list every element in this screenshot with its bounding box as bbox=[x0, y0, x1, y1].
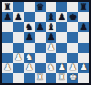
piece-white-pawn[interactable]: ♟ bbox=[3, 63, 11, 72]
piece-white-pawn[interactable]: ♟ bbox=[14, 53, 22, 62]
square-d3[interactable] bbox=[35, 53, 46, 63]
piece-black-pawn[interactable]: ♟ bbox=[58, 12, 66, 21]
board-frame: ♜♛♜♟♟♝♟♚♞♟♝♟♟♟♟♟♞♟♟♞♟♟♟♜♜♚ bbox=[0, 0, 91, 85]
square-e1[interactable] bbox=[46, 73, 57, 83]
square-c1[interactable] bbox=[24, 73, 35, 83]
square-e4[interactable]: ♟ bbox=[46, 43, 57, 53]
piece-black-bishop[interactable]: ♝ bbox=[47, 12, 55, 21]
square-f1[interactable]: ♜ bbox=[56, 73, 67, 83]
piece-black-rook[interactable]: ♜ bbox=[3, 2, 11, 11]
piece-black-knight[interactable]: ♞ bbox=[25, 22, 33, 31]
square-b3[interactable]: ♟ bbox=[13, 53, 24, 63]
piece-white-rook[interactable]: ♜ bbox=[36, 73, 44, 82]
piece-black-pawn[interactable]: ♟ bbox=[14, 12, 22, 21]
square-a5[interactable] bbox=[2, 32, 13, 42]
square-h8[interactable]: ♜ bbox=[78, 2, 89, 12]
square-h2[interactable]: ♟ bbox=[78, 63, 89, 73]
square-d5[interactable] bbox=[35, 32, 46, 42]
square-a4[interactable] bbox=[2, 43, 13, 53]
piece-white-knight[interactable]: ♞ bbox=[47, 63, 55, 72]
piece-black-rook[interactable]: ♜ bbox=[80, 2, 88, 11]
square-h1[interactable] bbox=[78, 73, 89, 83]
piece-white-pawn[interactable]: ♟ bbox=[47, 43, 55, 52]
piece-black-pawn[interactable]: ♟ bbox=[3, 12, 11, 21]
square-b2[interactable] bbox=[13, 63, 24, 73]
piece-white-knight[interactable]: ♞ bbox=[25, 53, 33, 62]
square-b7[interactable]: ♟ bbox=[13, 12, 24, 22]
piece-white-king[interactable]: ♚ bbox=[69, 73, 77, 82]
square-a1[interactable] bbox=[2, 73, 13, 83]
square-f5[interactable] bbox=[56, 32, 67, 42]
square-a6[interactable] bbox=[2, 22, 13, 32]
piece-black-pawn[interactable]: ♟ bbox=[36, 22, 44, 31]
square-g1[interactable]: ♚ bbox=[67, 73, 78, 83]
square-d4[interactable] bbox=[35, 43, 46, 53]
square-f4[interactable] bbox=[56, 43, 67, 53]
square-a7[interactable]: ♟ bbox=[2, 12, 13, 22]
square-a2[interactable]: ♟ bbox=[2, 63, 13, 73]
piece-black-queen[interactable]: ♛ bbox=[36, 2, 44, 11]
piece-black-pawn[interactable]: ♟ bbox=[25, 32, 33, 41]
square-d6[interactable]: ♟ bbox=[35, 22, 46, 32]
piece-white-pawn[interactable]: ♟ bbox=[80, 63, 88, 72]
piece-white-pawn[interactable]: ♟ bbox=[69, 63, 77, 72]
square-b5[interactable] bbox=[13, 32, 24, 42]
square-c8[interactable] bbox=[24, 2, 35, 12]
square-b1[interactable] bbox=[13, 73, 24, 83]
square-c5[interactable]: ♟ bbox=[24, 32, 35, 42]
piece-black-pawn[interactable]: ♟ bbox=[47, 32, 55, 41]
piece-black-king[interactable]: ♚ bbox=[69, 12, 77, 21]
square-h5[interactable] bbox=[78, 32, 89, 42]
square-g7[interactable]: ♚ bbox=[67, 12, 78, 22]
square-f6[interactable] bbox=[56, 22, 67, 32]
square-g5[interactable] bbox=[67, 32, 78, 42]
square-d8[interactable]: ♛ bbox=[35, 2, 46, 12]
piece-white-pawn[interactable]: ♟ bbox=[58, 63, 66, 72]
piece-white-rook[interactable]: ♜ bbox=[58, 73, 66, 82]
square-c2[interactable]: ♟ bbox=[24, 63, 35, 73]
square-h4[interactable] bbox=[78, 43, 89, 53]
square-b6[interactable] bbox=[13, 22, 24, 32]
square-h6[interactable]: ♟ bbox=[78, 22, 89, 32]
square-g4[interactable] bbox=[67, 43, 78, 53]
chess-board: ♜♛♜♟♟♝♟♚♞♟♝♟♟♟♟♟♞♟♟♞♟♟♟♜♜♚ bbox=[2, 2, 89, 83]
square-d1[interactable]: ♜ bbox=[35, 73, 46, 83]
piece-black-pawn[interactable]: ♟ bbox=[80, 22, 88, 31]
square-g6[interactable] bbox=[67, 22, 78, 32]
square-e2[interactable]: ♞ bbox=[46, 63, 57, 73]
piece-white-pawn[interactable]: ♟ bbox=[25, 63, 33, 72]
piece-black-bishop[interactable]: ♝ bbox=[47, 22, 55, 31]
square-f7[interactable]: ♟ bbox=[56, 12, 67, 22]
